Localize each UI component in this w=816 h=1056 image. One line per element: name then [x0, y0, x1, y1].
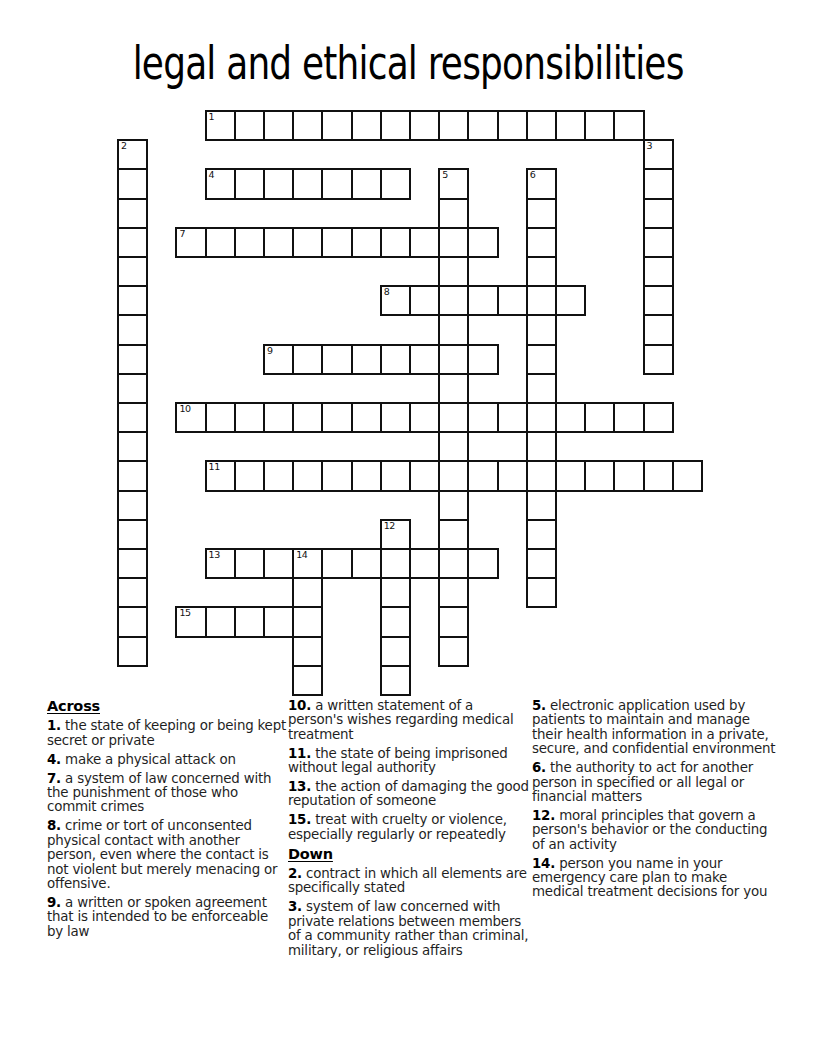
grid-cell[interactable] — [292, 577, 323, 608]
grid-cell[interactable] — [117, 285, 148, 316]
clue-10-across: 10. a written statement of a person's wi… — [288, 699, 530, 742]
down-heading: Down — [288, 847, 530, 861]
grid-cell[interactable] — [380, 344, 411, 375]
grid-cell[interactable] — [117, 314, 148, 345]
grid-cell[interactable] — [438, 606, 469, 637]
grid-cell[interactable] — [438, 460, 469, 491]
grid-cell[interactable] — [292, 460, 323, 491]
grid-cell[interactable]: 9 — [263, 344, 294, 375]
grid-cell[interactable] — [292, 665, 323, 696]
grid-cell[interactable] — [438, 344, 469, 375]
grid-cell[interactable] — [526, 577, 557, 608]
grid-cell[interactable] — [438, 577, 469, 608]
grid-cell[interactable] — [526, 344, 557, 375]
clue-7-across: 7. a system of law concerned with the pu… — [47, 772, 286, 815]
grid-cell[interactable] — [234, 402, 265, 433]
grid-cell[interactable] — [380, 665, 411, 696]
grid-cell[interactable] — [467, 285, 498, 316]
cell-number: 10 — [179, 403, 190, 414]
grid-cell[interactable] — [526, 548, 557, 579]
grid-cell[interactable] — [438, 490, 469, 521]
grid-cell[interactable] — [467, 344, 498, 375]
grid-cell[interactable] — [526, 402, 557, 433]
cell-number: 11 — [209, 461, 220, 472]
clue-number-label: 3. — [288, 899, 302, 914]
grid-cell[interactable] — [380, 606, 411, 637]
grid-cell[interactable] — [438, 402, 469, 433]
grid-cell[interactable] — [467, 227, 498, 258]
grid-cell[interactable]: 11 — [205, 460, 236, 491]
clue-number-label: 4. — [47, 752, 61, 767]
clue-number-label: 7. — [47, 771, 61, 786]
grid-cell[interactable] — [263, 168, 294, 199]
grid-cell[interactable] — [438, 227, 469, 258]
grid-cell[interactable] — [409, 548, 440, 579]
grid-cell[interactable] — [643, 402, 674, 433]
grid-cell[interactable] — [234, 460, 265, 491]
grid-cell[interactable] — [234, 168, 265, 199]
grid-cell[interactable] — [643, 314, 674, 345]
clue-number-label: 14. — [532, 856, 555, 871]
grid-cell[interactable] — [438, 256, 469, 287]
grid-cell[interactable] — [380, 227, 411, 258]
grid-cell[interactable]: 15 — [175, 606, 206, 637]
grid-cell[interactable] — [409, 402, 440, 433]
grid-cell[interactable]: 13 — [205, 548, 236, 579]
clue-number-label: 12. — [532, 808, 555, 823]
grid-cell[interactable] — [643, 227, 674, 258]
grid-cell[interactable] — [117, 519, 148, 550]
grid-cell[interactable] — [321, 110, 352, 141]
grid-cell[interactable] — [526, 431, 557, 462]
grid-cell[interactable]: 6 — [526, 168, 557, 199]
grid-cell[interactable] — [351, 344, 382, 375]
grid-cell[interactable] — [263, 548, 294, 579]
grid-cell[interactable] — [321, 548, 352, 579]
grid-cell[interactable] — [321, 168, 352, 199]
grid-cell[interactable] — [380, 168, 411, 199]
grid-cell[interactable] — [117, 548, 148, 579]
grid-cell[interactable]: 10 — [175, 402, 206, 433]
grid-cell[interactable] — [438, 431, 469, 462]
puzzle-title: legal and ethical responsibilities — [133, 36, 684, 90]
grid-cell[interactable] — [351, 110, 382, 141]
grid-cell[interactable] — [467, 110, 498, 141]
grid-cell[interactable] — [526, 110, 557, 141]
grid-cell[interactable] — [205, 606, 236, 637]
cell-number: 14 — [296, 549, 307, 560]
grid-cell[interactable] — [263, 402, 294, 433]
grid-cell[interactable] — [438, 314, 469, 345]
clue-8-across: 8. crime or tort of unconsented physical… — [47, 819, 286, 891]
cell-number: 8 — [384, 286, 390, 297]
grid-cell[interactable] — [292, 227, 323, 258]
cell-number: 4 — [209, 169, 215, 180]
grid-cell[interactable] — [117, 373, 148, 404]
grid-cell[interactable] — [409, 285, 440, 316]
grid-cell[interactable] — [438, 548, 469, 579]
grid-cell[interactable] — [526, 314, 557, 345]
grid-cell[interactable] — [613, 460, 644, 491]
grid-cell[interactable] — [380, 548, 411, 579]
clue-5-down: 5. electronic application used by patien… — [532, 699, 780, 757]
grid-cell[interactable] — [117, 344, 148, 375]
grid-cell[interactable] — [526, 198, 557, 229]
cell-number: 1 — [209, 111, 215, 122]
cell-number: 7 — [179, 228, 185, 239]
clue-9-across: 9. a written or spoken agreement that is… — [47, 896, 286, 939]
clue-2-down: 2. contract in which all elements are sp… — [288, 867, 530, 896]
cell-number: 3 — [647, 140, 653, 151]
grid-cell[interactable] — [643, 460, 674, 491]
clue-column-3: 5. electronic application used by patien… — [532, 699, 780, 904]
grid-cell[interactable] — [380, 636, 411, 667]
grid-cell[interactable] — [526, 373, 557, 404]
clue-15-across: 15. treat with cruelty or violence, espe… — [288, 813, 530, 842]
grid-cell[interactable] — [292, 168, 323, 199]
grid-cell[interactable] — [205, 227, 236, 258]
grid-cell[interactable] — [321, 460, 352, 491]
grid-cell[interactable] — [234, 548, 265, 579]
cell-number: 2 — [121, 140, 127, 151]
cell-number: 15 — [179, 607, 190, 618]
grid-cell[interactable] — [263, 460, 294, 491]
grid-cell[interactable]: 7 — [175, 227, 206, 258]
grid-cell[interactable] — [467, 402, 498, 433]
grid-cell[interactable] — [526, 519, 557, 550]
grid-cell[interactable] — [351, 227, 382, 258]
grid-cell[interactable] — [117, 636, 148, 667]
grid-cell[interactable] — [263, 110, 294, 141]
grid-cell[interactable] — [555, 402, 586, 433]
clue-number-label: 6. — [532, 760, 546, 775]
grid-cell[interactable] — [526, 285, 557, 316]
grid-cell[interactable] — [292, 402, 323, 433]
clue-11-across: 11. the state of being imprisoned withou… — [288, 747, 530, 776]
grid-cell[interactable] — [526, 460, 557, 491]
grid-cell[interactable] — [409, 344, 440, 375]
clue-number-label: 1. — [47, 718, 61, 733]
grid-cell[interactable] — [526, 256, 557, 287]
clue-6-down: 6. the authority to act for another pers… — [532, 761, 780, 804]
grid-cell[interactable] — [380, 402, 411, 433]
grid-cell[interactable] — [234, 606, 265, 637]
grid-cell[interactable] — [584, 110, 615, 141]
grid-cell[interactable] — [380, 460, 411, 491]
grid-cell[interactable] — [117, 606, 148, 637]
clue-12-down: 12. moral principles that govern a perso… — [532, 809, 780, 852]
grid-cell[interactable] — [643, 256, 674, 287]
grid-cell[interactable]: 8 — [380, 285, 411, 316]
grid-cell[interactable] — [263, 227, 294, 258]
clue-number-label: 13. — [288, 779, 311, 794]
clue-column-1: Across1. the state of keeping or being k… — [47, 699, 286, 944]
grid-cell[interactable] — [497, 402, 528, 433]
grid-cell[interactable] — [292, 636, 323, 667]
grid-cell[interactable] — [321, 344, 352, 375]
grid-cell[interactable]: 4 — [205, 168, 236, 199]
clue-13-across: 13. the action of damaging the good repu… — [288, 780, 530, 809]
grid-cell[interactable] — [643, 168, 674, 199]
grid-cell[interactable] — [438, 519, 469, 550]
grid-cell[interactable] — [117, 227, 148, 258]
grid-cell[interactable] — [613, 110, 644, 141]
clue-14-down: 14. person you name in your emergency ca… — [532, 857, 780, 900]
clue-number-label: 8. — [47, 818, 61, 833]
grid-cell[interactable] — [321, 227, 352, 258]
grid-cell[interactable] — [292, 110, 323, 141]
clue-number-label: 5. — [532, 698, 546, 713]
grid-cell[interactable] — [292, 606, 323, 637]
grid-cell[interactable] — [117, 168, 148, 199]
grid-cell[interactable] — [613, 402, 644, 433]
grid-cell[interactable] — [555, 460, 586, 491]
grid-cell[interactable] — [438, 110, 469, 141]
grid-cell[interactable] — [467, 460, 498, 491]
grid-cell[interactable] — [234, 110, 265, 141]
grid-cell[interactable] — [438, 636, 469, 667]
grid-cell[interactable]: 1 — [205, 110, 236, 141]
grid-cell[interactable] — [117, 490, 148, 521]
grid-cell[interactable] — [380, 110, 411, 141]
grid-cell[interactable] — [438, 198, 469, 229]
clue-1-across: 1. the state of keeping or being kept se… — [47, 719, 286, 748]
grid-cell[interactable] — [117, 402, 148, 433]
across-heading: Across — [47, 699, 286, 713]
grid-cell[interactable] — [409, 460, 440, 491]
grid-cell[interactable] — [438, 373, 469, 404]
grid-cell[interactable] — [643, 285, 674, 316]
grid-cell[interactable] — [117, 198, 148, 229]
grid-cell[interactable] — [438, 285, 469, 316]
grid-cell[interactable] — [292, 344, 323, 375]
grid-cell[interactable] — [263, 606, 294, 637]
cell-number: 12 — [384, 520, 395, 531]
clue-4-across: 4. make a physical attack on — [47, 753, 286, 767]
grid-cell[interactable] — [351, 548, 382, 579]
clue-number-label: 2. — [288, 866, 302, 881]
grid-cell[interactable] — [117, 577, 148, 608]
clue-number-label: 15. — [288, 812, 311, 827]
grid-cell[interactable] — [409, 227, 440, 258]
clue-3-down: 3. system of law concerned with private … — [288, 900, 530, 958]
grid-cell[interactable] — [584, 460, 615, 491]
grid-cell[interactable] — [117, 431, 148, 462]
grid-cell[interactable] — [584, 402, 615, 433]
cell-number: 9 — [267, 345, 273, 356]
grid-cell[interactable] — [321, 402, 352, 433]
crossword-grid: 123456789101112131415 — [117, 110, 703, 696]
grid-cell[interactable]: 3 — [643, 139, 674, 170]
grid-cell[interactable] — [672, 460, 703, 491]
clue-column-2: 10. a written statement of a person's wi… — [288, 699, 530, 963]
cell-number: 6 — [530, 169, 536, 180]
grid-cell[interactable] — [526, 490, 557, 521]
grid-cell[interactable] — [380, 577, 411, 608]
grid-cell[interactable] — [643, 344, 674, 375]
grid-cell[interactable]: 12 — [380, 519, 411, 550]
grid-cell[interactable] — [234, 227, 265, 258]
grid-cell[interactable] — [497, 460, 528, 491]
grid-cell[interactable] — [497, 285, 528, 316]
grid-cell[interactable]: 2 — [117, 139, 148, 170]
grid-cell[interactable]: 5 — [438, 168, 469, 199]
grid-cell[interactable] — [205, 402, 236, 433]
grid-cell[interactable] — [555, 110, 586, 141]
cell-number: 13 — [209, 549, 220, 560]
grid-cell[interactable]: 14 — [292, 548, 323, 579]
grid-cell[interactable] — [643, 198, 674, 229]
grid-cell[interactable] — [467, 548, 498, 579]
grid-cell[interactable] — [497, 110, 528, 141]
grid-cell[interactable] — [117, 460, 148, 491]
grid-cell[interactable] — [117, 256, 148, 287]
page-header: legal and ethical responsibilities — [0, 36, 816, 90]
clue-number-label: 11. — [288, 746, 311, 761]
grid-cell[interactable] — [351, 460, 382, 491]
cell-number: 5 — [442, 169, 448, 180]
clue-number-label: 10. — [288, 698, 311, 713]
grid-cell[interactable] — [351, 402, 382, 433]
grid-cell[interactable] — [351, 168, 382, 199]
grid-cell[interactable] — [555, 285, 586, 316]
grid-cell[interactable] — [526, 227, 557, 258]
grid-cell[interactable] — [409, 110, 440, 141]
clue-number-label: 9. — [47, 895, 61, 910]
